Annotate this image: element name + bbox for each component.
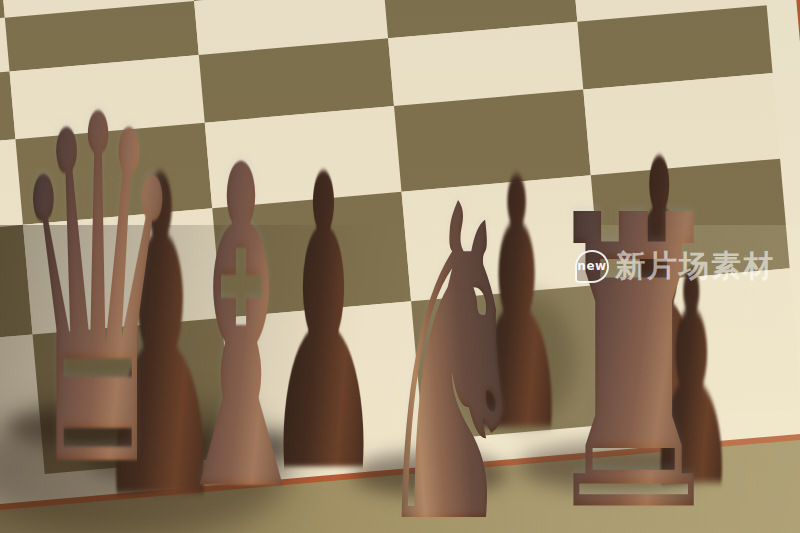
- watermark-new-badge-icon: new: [575, 250, 609, 283]
- board-square: [394, 90, 591, 192]
- watermark: new 新片场素材: [575, 247, 775, 285]
- board-square: [15, 123, 212, 225]
- watermark-text: 新片场素材: [615, 246, 775, 287]
- board-square: [583, 73, 780, 175]
- watermark-badge-label: new: [577, 259, 606, 273]
- board-square: [205, 106, 402, 208]
- chess-photo-scene: ♙♗♙♗♙♔♙♗♘♙ ♟♟♟♟♟♛♝♞♜ new 新片场素材: [0, 0, 800, 533]
